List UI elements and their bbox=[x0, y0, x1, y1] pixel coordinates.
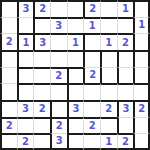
cell-r7c7[interactable]: 2 bbox=[100, 100, 117, 117]
cell-r6c4[interactable] bbox=[50, 83, 67, 100]
cell-r9c7[interactable]: 1 bbox=[100, 133, 117, 150]
given-digit: 2 bbox=[122, 38, 129, 48]
cell-r9c8[interactable]: 2 bbox=[117, 133, 134, 150]
cell-r4c7[interactable] bbox=[100, 50, 117, 67]
cell-r9c6[interactable] bbox=[83, 133, 100, 150]
given-digit: 2 bbox=[105, 104, 112, 114]
cell-r8c7[interactable] bbox=[100, 117, 117, 134]
cell-r9c2[interactable]: 2 bbox=[17, 133, 34, 150]
given-digit: 1 bbox=[105, 38, 112, 48]
cell-r5c1[interactable] bbox=[0, 67, 17, 84]
cell-r9c3[interactable] bbox=[33, 133, 50, 150]
given-digit: 2 bbox=[22, 137, 29, 147]
cell-r5c9[interactable] bbox=[133, 67, 150, 84]
cell-r5c3[interactable] bbox=[33, 67, 50, 84]
cell-r6c7[interactable] bbox=[100, 83, 117, 100]
cell-r8c2[interactable] bbox=[17, 117, 34, 134]
cell-r6c8[interactable] bbox=[117, 83, 134, 100]
cell-r2c7[interactable] bbox=[100, 17, 117, 34]
cell-r7c3[interactable]: 2 bbox=[33, 100, 50, 117]
cell-r7c1[interactable] bbox=[0, 100, 17, 117]
given-digit: 3 bbox=[22, 104, 29, 114]
cell-r5c8[interactable] bbox=[117, 67, 134, 84]
given-digit: 2 bbox=[89, 121, 96, 131]
cell-r4c6[interactable] bbox=[83, 50, 100, 67]
given-digit: 2 bbox=[56, 121, 63, 131]
cell-r8c1[interactable]: 2 bbox=[0, 117, 17, 134]
cell-r3c4[interactable] bbox=[50, 33, 67, 50]
given-digit: 2 bbox=[55, 71, 62, 81]
cell-r2c4[interactable]: 3 bbox=[50, 17, 67, 34]
cell-r4c4[interactable] bbox=[50, 50, 67, 67]
cell-r1c7[interactable] bbox=[100, 0, 117, 17]
given-digit: 1 bbox=[89, 21, 96, 31]
given-digit: 1 bbox=[138, 20, 145, 30]
cell-r6c9[interactable] bbox=[133, 83, 150, 100]
cell-r4c3[interactable] bbox=[33, 50, 50, 67]
cell-r3c3[interactable]: 3 bbox=[33, 33, 50, 50]
puzzle-board: 3221311213112223232322222312 bbox=[0, 0, 150, 150]
given-digit: 3 bbox=[55, 21, 62, 31]
cell-r6c6[interactable] bbox=[83, 83, 100, 100]
cell-r2c5[interactable] bbox=[67, 17, 84, 34]
given-digit: 3 bbox=[73, 104, 80, 114]
cell-r5c7[interactable] bbox=[100, 67, 117, 84]
cell-r5c5[interactable] bbox=[67, 67, 84, 84]
given-digit: 3 bbox=[39, 38, 46, 48]
cell-r5c4[interactable]: 2 bbox=[50, 67, 67, 84]
cell-r6c2[interactable] bbox=[17, 83, 34, 100]
given-digit: 2 bbox=[6, 37, 13, 47]
cell-r8c9[interactable] bbox=[133, 117, 150, 134]
cell-r5c6[interactable]: 2 bbox=[83, 67, 100, 84]
cell-r7c9[interactable]: 2 bbox=[133, 100, 150, 117]
cell-r6c5[interactable] bbox=[67, 83, 84, 100]
cell-r1c8[interactable]: 1 bbox=[117, 0, 134, 17]
cell-r2c9[interactable]: 1 bbox=[133, 17, 150, 34]
cell-r3c6[interactable] bbox=[83, 33, 100, 50]
cell-r6c3[interactable] bbox=[33, 83, 50, 100]
cell-r9c5[interactable] bbox=[67, 133, 84, 150]
cell-r3c9[interactable] bbox=[133, 33, 150, 50]
given-digit: 2 bbox=[89, 4, 96, 14]
cell-r4c1[interactable] bbox=[0, 50, 17, 67]
cell-r3c8[interactable]: 2 bbox=[117, 33, 134, 50]
cell-r4c9[interactable] bbox=[133, 50, 150, 67]
cell-r1c4[interactable] bbox=[50, 0, 67, 17]
given-digit: 1 bbox=[23, 38, 30, 48]
given-digit: 2 bbox=[89, 70, 96, 80]
cell-r1c5[interactable] bbox=[67, 0, 84, 17]
cell-r3c1[interactable]: 2 bbox=[0, 33, 17, 50]
cell-r3c5[interactable]: 1 bbox=[67, 33, 84, 50]
cell-r7c2[interactable]: 3 bbox=[17, 100, 34, 117]
cell-r2c3[interactable] bbox=[33, 17, 50, 34]
given-digit: 2 bbox=[138, 104, 145, 114]
cell-r4c5[interactable] bbox=[67, 50, 84, 67]
cell-r5c2[interactable] bbox=[17, 67, 34, 84]
cell-r8c4[interactable]: 2 bbox=[50, 117, 67, 134]
given-digit: 2 bbox=[122, 137, 129, 147]
cell-r9c1[interactable] bbox=[0, 133, 17, 150]
given-digit: 3 bbox=[123, 104, 130, 114]
cell-r1c9[interactable] bbox=[133, 0, 150, 17]
cell-r4c2[interactable] bbox=[17, 50, 34, 67]
cell-r1c2[interactable]: 3 bbox=[17, 0, 34, 17]
given-digit: 2 bbox=[39, 4, 46, 14]
given-digit: 3 bbox=[23, 4, 30, 14]
cell-r7c4[interactable] bbox=[50, 100, 67, 117]
cell-r2c8[interactable] bbox=[117, 17, 134, 34]
cell-r2c1[interactable] bbox=[0, 17, 17, 34]
given-digit: 2 bbox=[6, 121, 13, 131]
cell-r9c4[interactable]: 3 bbox=[50, 133, 67, 150]
cell-r7c8[interactable]: 3 bbox=[117, 100, 134, 117]
cell-r8c3[interactable] bbox=[33, 117, 50, 134]
cell-r6c1[interactable] bbox=[0, 83, 17, 100]
cell-r1c6[interactable]: 2 bbox=[83, 0, 100, 17]
cell-r7c6[interactable] bbox=[83, 100, 100, 117]
cell-r1c3[interactable]: 2 bbox=[33, 0, 50, 17]
cell-r8c6[interactable]: 2 bbox=[83, 117, 100, 134]
cell-r3c7[interactable]: 1 bbox=[100, 33, 117, 50]
cell-r4c8[interactable] bbox=[117, 50, 134, 67]
given-digit: 2 bbox=[39, 104, 46, 114]
cell-r3c2[interactable]: 1 bbox=[17, 33, 34, 50]
cell-r2c2[interactable] bbox=[17, 17, 34, 34]
cell-r8c5[interactable] bbox=[67, 117, 84, 134]
given-digit: 1 bbox=[122, 4, 129, 14]
given-digit: 3 bbox=[56, 136, 63, 146]
given-digit: 1 bbox=[72, 38, 79, 48]
cell-r1c1[interactable] bbox=[0, 0, 17, 17]
cell-r8c8[interactable] bbox=[117, 117, 134, 134]
cell-r2c6[interactable]: 1 bbox=[83, 17, 100, 34]
given-digit: 1 bbox=[105, 137, 112, 147]
cell-r9c9[interactable] bbox=[133, 133, 150, 150]
cell-r7c5[interactable]: 3 bbox=[67, 100, 84, 117]
